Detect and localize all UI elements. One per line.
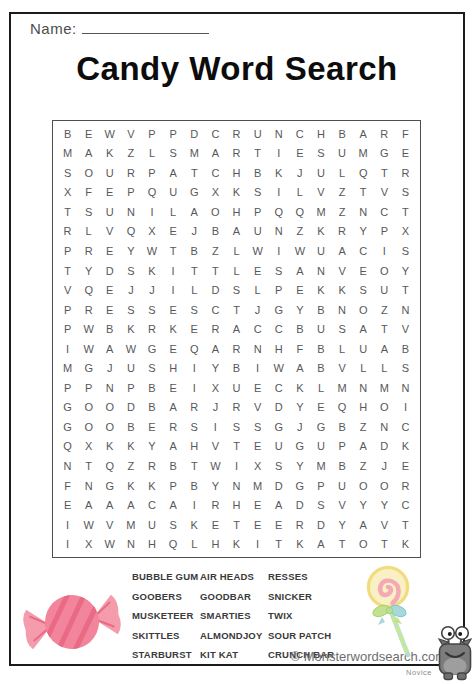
grid-cell-r14-c4[interactable]: P — [120, 378, 141, 398]
grid-cell-r22-c9[interactable]: K — [226, 534, 247, 554]
grid-cell-r6-c9[interactable]: A — [226, 222, 247, 242]
grid-cell-r1-c16[interactable]: R — [374, 124, 395, 144]
grid-cell-r15-c9[interactable]: R — [226, 398, 247, 418]
grid-cell-r22-c6[interactable]: Q — [163, 534, 184, 554]
grid-cell-r19-c9[interactable]: N — [226, 476, 247, 496]
grid-cell-r5-c5[interactable]: I — [141, 202, 162, 222]
grid-cell-r3-c8[interactable]: C — [205, 163, 226, 183]
grid-cell-r16-c3[interactable]: O — [99, 417, 120, 437]
grid-cell-r10-c16[interactable]: Z — [374, 300, 395, 320]
grid-cell-r8-c7[interactable]: T — [184, 261, 205, 281]
grid-cell-r6-c6[interactable]: E — [163, 222, 184, 242]
grid-cell-r17-c6[interactable]: A — [163, 437, 184, 457]
grid-cell-r13-c2[interactable]: G — [78, 359, 99, 379]
grid-cell-r19-c12[interactable]: G — [289, 476, 310, 496]
grid-cell-r11-c1[interactable]: P — [57, 319, 78, 339]
grid-cell-r6-c15[interactable]: Y — [353, 222, 374, 242]
grid-cell-r7-c9[interactable]: L — [226, 241, 247, 261]
grid-cell-r7-c1[interactable]: P — [57, 241, 78, 261]
grid-cell-r1-c3[interactable]: W — [99, 124, 120, 144]
grid-cell-r10-c14[interactable]: N — [332, 300, 353, 320]
grid-cell-r16-c10[interactable]: S — [247, 417, 268, 437]
grid-cell-r4-c11[interactable]: I — [268, 183, 289, 203]
grid-cell-r10-c1[interactable]: P — [57, 300, 78, 320]
grid-cell-r17-c11[interactable]: U — [268, 437, 289, 457]
grid-cell-r22-c5[interactable]: H — [141, 534, 162, 554]
grid-cell-r8-c17[interactable]: Y — [395, 261, 416, 281]
grid-cell-r14-c13[interactable]: L — [310, 378, 331, 398]
grid-cell-r11-c3[interactable]: B — [99, 319, 120, 339]
grid-cell-r22-c12[interactable]: K — [289, 534, 310, 554]
grid-cell-r2-c6[interactable]: S — [163, 144, 184, 164]
grid-cell-r1-c7[interactable]: D — [184, 124, 205, 144]
grid-cell-r2-c4[interactable]: Z — [120, 144, 141, 164]
grid-cell-r17-c1[interactable]: Q — [57, 437, 78, 457]
grid-cell-r1-c2[interactable]: E — [78, 124, 99, 144]
grid-cell-r5-c15[interactable]: N — [353, 202, 374, 222]
grid-cell-r17-c5[interactable]: Y — [141, 437, 162, 457]
grid-cell-r22-c1[interactable]: I — [57, 534, 78, 554]
grid-cell-r6-c1[interactable]: R — [57, 222, 78, 242]
grid-cell-r10-c11[interactable]: G — [268, 300, 289, 320]
grid-cell-r15-c2[interactable]: O — [78, 398, 99, 418]
grid-cell-r19-c4[interactable]: K — [120, 476, 141, 496]
name-input-line[interactable] — [82, 20, 209, 34]
grid-cell-r11-c2[interactable]: W — [78, 319, 99, 339]
grid-cell-r20-c17[interactable]: C — [395, 495, 416, 515]
grid-cell-r20-c7[interactable]: I — [184, 495, 205, 515]
word-item[interactable]: ALMONDJOY — [200, 630, 268, 641]
grid-cell-r20-c8[interactable]: R — [205, 495, 226, 515]
grid-cell-r15-c7[interactable]: R — [184, 398, 205, 418]
grid-cell-r12-c15[interactable]: U — [353, 339, 374, 359]
grid-cell-r8-c1[interactable]: T — [57, 261, 78, 281]
grid-cell-r17-c12[interactable]: G — [289, 437, 310, 457]
grid-cell-r3-c10[interactable]: B — [247, 163, 268, 183]
grid-cell-r13-c4[interactable]: U — [120, 359, 141, 379]
grid-cell-r4-c12[interactable]: L — [289, 183, 310, 203]
grid-cell-r14-c3[interactable]: N — [99, 378, 120, 398]
grid-cell-r20-c15[interactable]: Y — [353, 495, 374, 515]
grid-cell-r9-c3[interactable]: E — [99, 280, 120, 300]
grid-cell-r16-c12[interactable]: J — [289, 417, 310, 437]
grid-cell-r18-c9[interactable]: I — [226, 456, 247, 476]
grid-cell-r16-c4[interactable]: B — [120, 417, 141, 437]
grid-cell-r22-c4[interactable]: N — [120, 534, 141, 554]
grid-cell-r7-c5[interactable]: W — [141, 241, 162, 261]
grid-cell-r2-c11[interactable]: I — [268, 144, 289, 164]
grid-cell-r11-c4[interactable]: K — [120, 319, 141, 339]
grid-cell-r17-c7[interactable]: H — [184, 437, 205, 457]
grid-cell-r12-c5[interactable]: G — [141, 339, 162, 359]
grid-cell-r15-c11[interactable]: D — [268, 398, 289, 418]
grid-cell-r18-c4[interactable]: Z — [120, 456, 141, 476]
grid-cell-r12-c9[interactable]: R — [226, 339, 247, 359]
grid-cell-r12-c2[interactable]: W — [78, 339, 99, 359]
grid-cell-r10-c5[interactable]: S — [141, 300, 162, 320]
grid-cell-r15-c17[interactable]: I — [395, 398, 416, 418]
grid-cell-r3-c15[interactable]: Q — [353, 163, 374, 183]
grid-cell-r1-c17[interactable]: F — [395, 124, 416, 144]
grid-cell-r20-c14[interactable]: V — [332, 495, 353, 515]
grid-cell-r15-c16[interactable]: O — [374, 398, 395, 418]
grid-cell-r14-c14[interactable]: M — [332, 378, 353, 398]
grid-cell-r18-c12[interactable]: Y — [289, 456, 310, 476]
grid-cell-r12-c6[interactable]: E — [163, 339, 184, 359]
grid-cell-r21-c4[interactable]: M — [120, 515, 141, 535]
grid-cell-r16-c8[interactable]: I — [205, 417, 226, 437]
grid-cell-r4-c10[interactable]: S — [247, 183, 268, 203]
grid-cell-r13-c11[interactable]: W — [268, 359, 289, 379]
grid-cell-r7-c15[interactable]: C — [353, 241, 374, 261]
grid-cell-r3-c5[interactable]: P — [141, 163, 162, 183]
grid-cell-r2-c7[interactable]: M — [184, 144, 205, 164]
grid-cell-r1-c8[interactable]: C — [205, 124, 226, 144]
grid-cell-r3-c11[interactable]: K — [268, 163, 289, 183]
grid-cell-r16-c7[interactable]: S — [184, 417, 205, 437]
grid-cell-r8-c4[interactable]: S — [120, 261, 141, 281]
grid-cell-r21-c10[interactable]: E — [247, 515, 268, 535]
grid-cell-r9-c9[interactable]: S — [226, 280, 247, 300]
grid-cell-r8-c3[interactable]: D — [99, 261, 120, 281]
grid-cell-r3-c12[interactable]: J — [289, 163, 310, 183]
grid-cell-r11-c15[interactable]: A — [353, 319, 374, 339]
grid-cell-r2-c13[interactable]: S — [310, 144, 331, 164]
grid-cell-r17-c16[interactable]: D — [374, 437, 395, 457]
grid-cell-r19-c3[interactable]: G — [99, 476, 120, 496]
grid-cell-r8-c9[interactable]: L — [226, 261, 247, 281]
grid-cell-r13-c17[interactable]: S — [395, 359, 416, 379]
grid-cell-r13-c9[interactable]: B — [226, 359, 247, 379]
grid-cell-r7-c11[interactable]: I — [268, 241, 289, 261]
grid-cell-r17-c17[interactable]: K — [395, 437, 416, 457]
grid-cell-r4-c17[interactable]: S — [395, 183, 416, 203]
grid-cell-r12-c17[interactable]: B — [395, 339, 416, 359]
word-item[interactable]: SKITTLES — [132, 630, 200, 641]
grid-cell-r15-c15[interactable]: H — [353, 398, 374, 418]
grid-cell-r9-c6[interactable]: I — [163, 280, 184, 300]
grid-cell-r8-c8[interactable]: T — [205, 261, 226, 281]
grid-cell-r15-c12[interactable]: Y — [289, 398, 310, 418]
grid-cell-r3-c16[interactable]: T — [374, 163, 395, 183]
grid-cell-r20-c16[interactable]: Y — [374, 495, 395, 515]
grid-cell-r20-c12[interactable]: D — [289, 495, 310, 515]
grid-cell-r8-c14[interactable]: V — [332, 261, 353, 281]
grid-cell-r1-c11[interactable]: N — [268, 124, 289, 144]
grid-cell-r4-c13[interactable]: V — [310, 183, 331, 203]
grid-cell-r10-c17[interactable]: N — [395, 300, 416, 320]
grid-cell-r2-c14[interactable]: U — [332, 144, 353, 164]
grid-cell-r18-c6[interactable]: B — [163, 456, 184, 476]
grid-cell-r3-c3[interactable]: U — [99, 163, 120, 183]
grid-cell-r15-c10[interactable]: V — [247, 398, 268, 418]
grid-cell-r16-c6[interactable]: R — [163, 417, 184, 437]
grid-cell-r6-c17[interactable]: X — [395, 222, 416, 242]
grid-cell-r7-c6[interactable]: T — [163, 241, 184, 261]
grid-cell-r9-c17[interactable]: T — [395, 280, 416, 300]
grid-cell-r22-c2[interactable]: X — [78, 534, 99, 554]
grid-cell-r7-c4[interactable]: Y — [120, 241, 141, 261]
word-item[interactable]: AIR HEADS — [200, 571, 268, 582]
grid-cell-r6-c2[interactable]: L — [78, 222, 99, 242]
grid-cell-r7-c3[interactable]: E — [99, 241, 120, 261]
grid-cell-r21-c1[interactable]: I — [57, 515, 78, 535]
grid-cell-r17-c13[interactable]: U — [310, 437, 331, 457]
grid-cell-r10-c9[interactable]: T — [226, 300, 247, 320]
grid-cell-r19-c7[interactable]: B — [184, 476, 205, 496]
grid-cell-r14-c12[interactable]: K — [289, 378, 310, 398]
grid-cell-r1-c15[interactable]: A — [353, 124, 374, 144]
grid-cell-r1-c12[interactable]: C — [289, 124, 310, 144]
grid-cell-r2-c12[interactable]: E — [289, 144, 310, 164]
grid-cell-r5-c7[interactable]: A — [184, 202, 205, 222]
grid-cell-r2-c3[interactable]: K — [99, 144, 120, 164]
grid-cell-r13-c3[interactable]: J — [99, 359, 120, 379]
grid-cell-r18-c1[interactable]: N — [57, 456, 78, 476]
grid-cell-r3-c1[interactable]: S — [57, 163, 78, 183]
grid-cell-r15-c3[interactable]: O — [99, 398, 120, 418]
word-item[interactable]: SMARTIES — [200, 610, 268, 621]
grid-cell-r20-c9[interactable]: H — [226, 495, 247, 515]
grid-cell-r2-c5[interactable]: L — [141, 144, 162, 164]
grid-cell-r17-c4[interactable]: K — [120, 437, 141, 457]
grid-cell-r19-c15[interactable]: O — [353, 476, 374, 496]
grid-cell-r11-c12[interactable]: B — [289, 319, 310, 339]
grid-cell-r6-c3[interactable]: V — [99, 222, 120, 242]
grid-cell-r18-c11[interactable]: S — [268, 456, 289, 476]
grid-cell-r3-c13[interactable]: U — [310, 163, 331, 183]
word-item[interactable]: GOODBAR — [200, 591, 268, 602]
grid-cell-r3-c17[interactable]: R — [395, 163, 416, 183]
grid-cell-r7-c17[interactable]: S — [395, 241, 416, 261]
grid-cell-r10-c4[interactable]: S — [120, 300, 141, 320]
grid-cell-r6-c11[interactable]: N — [268, 222, 289, 242]
grid-cell-r20-c11[interactable]: A — [268, 495, 289, 515]
grid-cell-r7-c2[interactable]: R — [78, 241, 99, 261]
grid-cell-r21-c9[interactable]: T — [226, 515, 247, 535]
grid-cell-r4-c16[interactable]: V — [374, 183, 395, 203]
grid-cell-r14-c10[interactable]: E — [247, 378, 268, 398]
grid-cell-r14-c9[interactable]: U — [226, 378, 247, 398]
grid-cell-r16-c17[interactable]: C — [395, 417, 416, 437]
grid-cell-r21-c17[interactable]: T — [395, 515, 416, 535]
grid-cell-r16-c11[interactable]: G — [268, 417, 289, 437]
grid-cell-r20-c1[interactable]: E — [57, 495, 78, 515]
grid-cell-r22-c10[interactable]: I — [247, 534, 268, 554]
grid-cell-r20-c2[interactable]: A — [78, 495, 99, 515]
grid-cell-r4-c5[interactable]: Q — [141, 183, 162, 203]
grid-cell-r5-c10[interactable]: P — [247, 202, 268, 222]
grid-cell-r11-c17[interactable]: V — [395, 319, 416, 339]
grid-cell-r7-c13[interactable]: U — [310, 241, 331, 261]
grid-cell-r1-c5[interactable]: P — [141, 124, 162, 144]
grid-cell-r4-c2[interactable]: F — [78, 183, 99, 203]
grid-cell-r13-c7[interactable]: I — [184, 359, 205, 379]
grid-cell-r18-c10[interactable]: X — [247, 456, 268, 476]
grid-cell-r21-c16[interactable]: V — [374, 515, 395, 535]
grid-cell-r11-c7[interactable]: E — [184, 319, 205, 339]
grid-cell-r22-c16[interactable]: T — [374, 534, 395, 554]
grid-cell-r12-c12[interactable]: F — [289, 339, 310, 359]
grid-cell-r11-c13[interactable]: U — [310, 319, 331, 339]
grid-cell-r18-c3[interactable]: Q — [99, 456, 120, 476]
grid-cell-r20-c13[interactable]: S — [310, 495, 331, 515]
grid-cell-r21-c15[interactable]: A — [353, 515, 374, 535]
grid-cell-r18-c7[interactable]: T — [184, 456, 205, 476]
grid-cell-r5-c12[interactable]: Q — [289, 202, 310, 222]
word-item[interactable]: GOOBERS — [132, 591, 200, 602]
grid-cell-r21-c6[interactable]: S — [163, 515, 184, 535]
grid-cell-r8-c16[interactable]: O — [374, 261, 395, 281]
grid-cell-r22-c7[interactable]: L — [184, 534, 205, 554]
grid-cell-r4-c8[interactable]: X — [205, 183, 226, 203]
grid-cell-r1-c6[interactable]: P — [163, 124, 184, 144]
grid-cell-r8-c6[interactable]: I — [163, 261, 184, 281]
grid-cell-r4-c15[interactable]: T — [353, 183, 374, 203]
grid-cell-r9-c7[interactable]: L — [184, 280, 205, 300]
grid-cell-r20-c4[interactable]: A — [120, 495, 141, 515]
grid-cell-r1-c10[interactable]: U — [247, 124, 268, 144]
grid-cell-r18-c8[interactable]: W — [205, 456, 226, 476]
grid-cell-r8-c15[interactable]: E — [353, 261, 374, 281]
grid-cell-r13-c13[interactable]: B — [310, 359, 331, 379]
grid-cell-r6-c8[interactable]: B — [205, 222, 226, 242]
grid-cell-r1-c1[interactable]: B — [57, 124, 78, 144]
grid-cell-r19-c6[interactable]: P — [163, 476, 184, 496]
grid-cell-r4-c14[interactable]: Z — [332, 183, 353, 203]
grid-cell-r6-c14[interactable]: R — [332, 222, 353, 242]
grid-cell-r4-c1[interactable]: X — [57, 183, 78, 203]
grid-cell-r14-c7[interactable]: I — [184, 378, 205, 398]
grid-cell-r13-c1[interactable]: M — [57, 359, 78, 379]
grid-cell-r15-c14[interactable]: Q — [332, 398, 353, 418]
grid-cell-r10-c2[interactable]: R — [78, 300, 99, 320]
grid-cell-r3-c7[interactable]: T — [184, 163, 205, 183]
grid-cell-r5-c14[interactable]: Z — [332, 202, 353, 222]
grid-cell-r11-c11[interactable]: C — [268, 319, 289, 339]
grid-cell-r17-c2[interactable]: X — [78, 437, 99, 457]
grid-cell-r18-c17[interactable]: E — [395, 456, 416, 476]
grid-cell-r9-c13[interactable]: K — [310, 280, 331, 300]
grid-cell-r12-c7[interactable]: Q — [184, 339, 205, 359]
grid-cell-r15-c1[interactable]: G — [57, 398, 78, 418]
grid-cell-r2-c15[interactable]: M — [353, 144, 374, 164]
grid-cell-r10-c6[interactable]: E — [163, 300, 184, 320]
grid-cell-r21-c12[interactable]: R — [289, 515, 310, 535]
grid-cell-r2-c10[interactable]: T — [247, 144, 268, 164]
grid-cell-r13-c12[interactable]: A — [289, 359, 310, 379]
grid-cell-r3-c9[interactable]: H — [226, 163, 247, 183]
grid-cell-r14-c6[interactable]: E — [163, 378, 184, 398]
word-item[interactable]: SNICKER — [268, 591, 352, 602]
word-item[interactable]: BUBBLE GUM — [132, 571, 200, 582]
grid-cell-r7-c8[interactable]: Z — [205, 241, 226, 261]
grid-cell-r7-c10[interactable]: W — [247, 241, 268, 261]
grid-cell-r16-c13[interactable]: G — [310, 417, 331, 437]
grid-cell-r22-c15[interactable]: O — [353, 534, 374, 554]
grid-cell-r15-c13[interactable]: E — [310, 398, 331, 418]
word-item[interactable]: KIT KAT — [200, 649, 268, 660]
grid-cell-r22-c8[interactable]: H — [205, 534, 226, 554]
grid-cell-r21-c14[interactable]: Y — [332, 515, 353, 535]
grid-cell-r6-c13[interactable]: K — [310, 222, 331, 242]
grid-cell-r15-c8[interactable]: J — [205, 398, 226, 418]
grid-cell-r5-c6[interactable]: L — [163, 202, 184, 222]
grid-cell-r2-c1[interactable]: M — [57, 144, 78, 164]
grid-cell-r11-c10[interactable]: C — [247, 319, 268, 339]
grid-cell-r18-c2[interactable]: T — [78, 456, 99, 476]
grid-cell-r1-c14[interactable]: B — [332, 124, 353, 144]
grid-cell-r18-c13[interactable]: M — [310, 456, 331, 476]
grid-cell-r10-c8[interactable]: C — [205, 300, 226, 320]
grid-cell-r13-c14[interactable]: V — [332, 359, 353, 379]
grid-cell-r22-c3[interactable]: W — [99, 534, 120, 554]
grid-cell-r17-c3[interactable]: K — [99, 437, 120, 457]
grid-cell-r4-c4[interactable]: P — [120, 183, 141, 203]
grid-cell-r4-c7[interactable]: G — [184, 183, 205, 203]
grid-cell-r19-c5[interactable]: K — [141, 476, 162, 496]
grid-cell-r7-c7[interactable]: B — [184, 241, 205, 261]
grid-cell-r14-c2[interactable]: P — [78, 378, 99, 398]
grid-cell-r8-c10[interactable]: E — [247, 261, 268, 281]
grid-cell-r10-c10[interactable]: J — [247, 300, 268, 320]
grid-cell-r6-c10[interactable]: U — [247, 222, 268, 242]
grid-cell-r16-c16[interactable]: N — [374, 417, 395, 437]
grid-cell-r10-c15[interactable]: O — [353, 300, 374, 320]
grid-cell-r12-c11[interactable]: H — [268, 339, 289, 359]
grid-cell-r12-c8[interactable]: A — [205, 339, 226, 359]
grid-cell-r12-c16[interactable]: A — [374, 339, 395, 359]
grid-cell-r9-c16[interactable]: U — [374, 280, 395, 300]
grid-cell-r6-c16[interactable]: P — [374, 222, 395, 242]
grid-cell-r4-c9[interactable]: K — [226, 183, 247, 203]
grid-cell-r15-c6[interactable]: A — [163, 398, 184, 418]
grid-cell-r9-c5[interactable]: J — [141, 280, 162, 300]
grid-cell-r16-c2[interactable]: O — [78, 417, 99, 437]
grid-cell-r10-c7[interactable]: S — [184, 300, 205, 320]
grid-cell-r11-c5[interactable]: R — [141, 319, 162, 339]
grid-cell-r14-c8[interactable]: X — [205, 378, 226, 398]
grid-cell-r2-c2[interactable]: A — [78, 144, 99, 164]
grid-cell-r15-c4[interactable]: D — [120, 398, 141, 418]
grid-cell-r21-c8[interactable]: E — [205, 515, 226, 535]
grid-cell-r11-c9[interactable]: A — [226, 319, 247, 339]
grid-cell-r12-c1[interactable]: I — [57, 339, 78, 359]
grid-cell-r14-c17[interactable]: N — [395, 378, 416, 398]
grid-cell-r8-c13[interactable]: N — [310, 261, 331, 281]
grid-cell-r7-c16[interactable]: I — [374, 241, 395, 261]
grid-cell-r11-c6[interactable]: K — [163, 319, 184, 339]
grid-cell-r17-c10[interactable]: E — [247, 437, 268, 457]
grid-cell-r12-c14[interactable]: L — [332, 339, 353, 359]
grid-cell-r9-c8[interactable]: D — [205, 280, 226, 300]
grid-cell-r19-c2[interactable]: N — [78, 476, 99, 496]
grid-cell-r8-c12[interactable]: A — [289, 261, 310, 281]
grid-cell-r22-c11[interactable]: T — [268, 534, 289, 554]
word-item[interactable]: TWIX — [268, 610, 352, 621]
grid-cell-r19-c1[interactable]: F — [57, 476, 78, 496]
grid-cell-r5-c16[interactable]: C — [374, 202, 395, 222]
grid-cell-r6-c7[interactable]: J — [184, 222, 205, 242]
grid-cell-r20-c5[interactable]: C — [141, 495, 162, 515]
grid-cell-r2-c8[interactable]: A — [205, 144, 226, 164]
grid-cell-r9-c12[interactable]: E — [289, 280, 310, 300]
grid-cell-r3-c6[interactable]: A — [163, 163, 184, 183]
grid-cell-r18-c14[interactable]: B — [332, 456, 353, 476]
grid-cell-r5-c9[interactable]: H — [226, 202, 247, 222]
grid-cell-r2-c16[interactable]: G — [374, 144, 395, 164]
grid-cell-r10-c12[interactable]: Y — [289, 300, 310, 320]
